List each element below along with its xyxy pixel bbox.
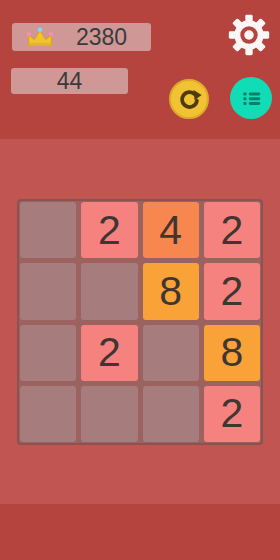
tile-8: 8	[143, 263, 199, 319]
empty-cell	[143, 386, 199, 442]
refresh-icon	[176, 86, 203, 113]
best-score-display: 2380	[12, 23, 151, 51]
empty-cell	[20, 263, 76, 319]
settings-button[interactable]	[227, 13, 271, 57]
gear-icon	[227, 13, 271, 57]
tile-2: 2	[204, 263, 260, 319]
empty-cell	[20, 386, 76, 442]
restart-button[interactable]	[169, 79, 209, 119]
game-board[interactable]: 24282282	[17, 199, 263, 445]
game-screen: 2380 44	[0, 0, 280, 560]
empty-cell	[20, 202, 76, 258]
tile-2: 2	[81, 325, 137, 381]
crown-icon	[26, 26, 54, 49]
tile-8: 8	[204, 325, 260, 381]
empty-cell	[81, 263, 137, 319]
tile-2: 2	[204, 386, 260, 442]
current-score-value: 44	[57, 70, 83, 93]
list-icon	[238, 85, 265, 112]
menu-button[interactable]	[230, 77, 272, 119]
footer-bar	[0, 504, 280, 560]
tile-2: 2	[204, 202, 260, 258]
best-score-value: 2380	[56, 26, 151, 49]
empty-cell	[143, 325, 199, 381]
empty-cell	[81, 386, 137, 442]
current-score-display: 44	[11, 68, 128, 94]
empty-cell	[20, 325, 76, 381]
tile-2: 2	[81, 202, 137, 258]
tile-4: 4	[143, 202, 199, 258]
